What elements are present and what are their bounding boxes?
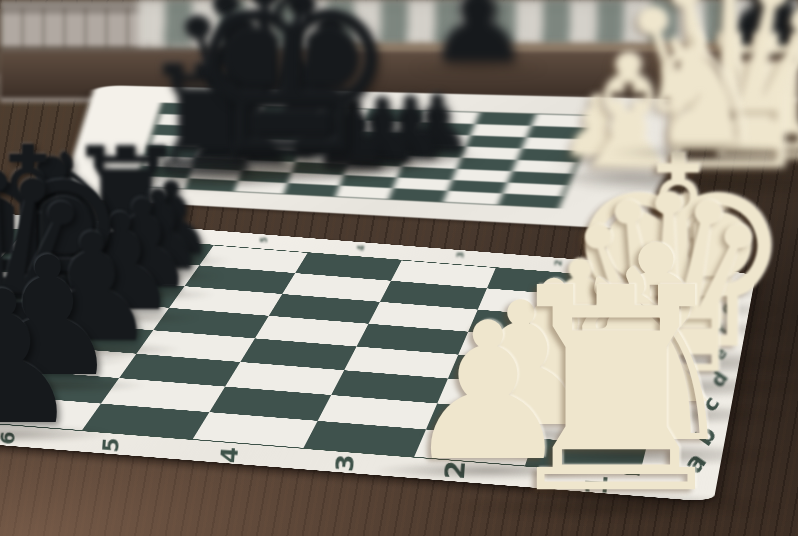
black-king: ♚ [183,0,401,187]
white-rook-a1: ♜ [490,251,742,532]
white-knight: ♞ [631,12,770,167]
photo-scene: ♚♞♟♟ 123456abcdefgh1234567 ♜♝♛♞♟♟♟♟♟♝♛♜♜… [0,0,798,536]
black-pawn-b7: ♟ [0,267,84,450]
